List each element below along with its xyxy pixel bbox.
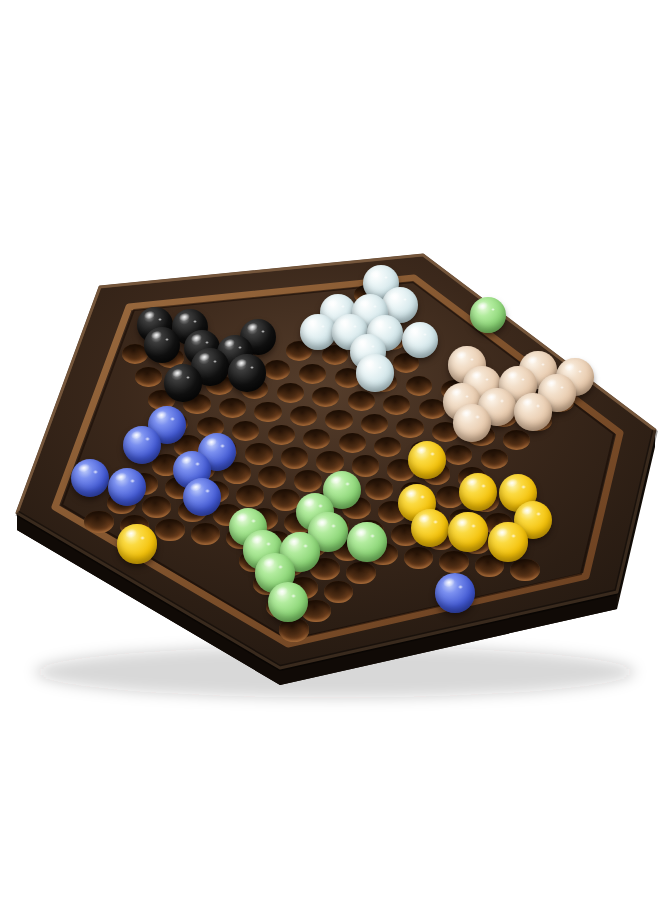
board-hole-r16c0[interactable] <box>279 618 310 641</box>
board-hole-r12c3[interactable] <box>191 523 220 545</box>
board-hole-r8c2[interactable] <box>245 443 273 464</box>
scene <box>0 0 660 904</box>
marble-tan-r7c8[interactable] <box>453 404 491 442</box>
marble-yellow-r12c11[interactable] <box>488 522 527 561</box>
marble-blue-r11c0[interactable] <box>71 459 109 497</box>
board-hole-r6c6[interactable] <box>361 414 388 435</box>
board-hole-r9c3[interactable] <box>258 466 286 487</box>
board-hole-r7c9[interactable] <box>481 449 508 470</box>
marble-blue-r9c0[interactable] <box>123 426 161 464</box>
marble-green-r11c7[interactable] <box>347 522 386 561</box>
board-hole-r5c0[interactable] <box>135 367 162 387</box>
board-hole-r12c0[interactable] <box>84 511 113 533</box>
marble-green-rim-top-right[interactable] <box>470 297 506 333</box>
board-hole-r7c3[interactable] <box>268 425 295 446</box>
board-hole-r7c5[interactable] <box>339 433 366 454</box>
board-hole-r13c3[interactable] <box>346 562 376 584</box>
board-hole-r4c5[interactable] <box>299 364 325 384</box>
board-hole-r5c8[interactable] <box>419 399 446 419</box>
board-hole-r9c4[interactable] <box>294 470 322 491</box>
board-hole-r6c10[interactable] <box>503 430 530 451</box>
board-hole-r10c3[interactable] <box>236 485 265 507</box>
board-hole-r12c12[interactable] <box>510 559 539 581</box>
board-hole-r6c2[interactable] <box>219 398 246 419</box>
board-hole-r6c4[interactable] <box>290 406 317 427</box>
board-hole-r6c7[interactable] <box>396 418 423 439</box>
marble-tan-r6c10[interactable] <box>514 393 552 431</box>
board-hole-r12c10[interactable] <box>439 551 468 573</box>
board-hole-r5c6[interactable] <box>348 391 375 411</box>
board-hole-r4c4[interactable] <box>264 360 290 380</box>
board-hole-r6c5[interactable] <box>325 410 352 431</box>
board-hole-r9c6[interactable] <box>365 478 393 499</box>
board-hole-r5c7[interactable] <box>383 395 410 415</box>
marble-black-r7c0[interactable] <box>164 364 201 401</box>
board-hole-r5c4[interactable] <box>277 383 304 403</box>
marble-black-r6c2[interactable] <box>228 354 265 391</box>
marble-blue-rim-bottom-right[interactable] <box>435 573 475 613</box>
board-hole-r8c4[interactable] <box>316 451 344 472</box>
marble-yellow-rim-left[interactable] <box>117 524 156 563</box>
board-hole-r4c8[interactable] <box>406 376 432 396</box>
marble-yellow-r12c10[interactable] <box>448 512 487 551</box>
marble-yellow-r7c7[interactable] <box>408 441 446 479</box>
board-hole-r8c3[interactable] <box>281 447 309 468</box>
board-hole-r12c9[interactable] <box>404 547 433 569</box>
board-hole-r11c1[interactable] <box>142 496 171 518</box>
board-hole-r5c5[interactable] <box>312 387 339 407</box>
marble-lightblue-r5c6[interactable] <box>356 354 393 391</box>
board-hole-r12c2[interactable] <box>155 519 184 541</box>
board-hole-r8c5[interactable] <box>352 455 380 476</box>
marble-green-r15c0[interactable] <box>268 582 308 622</box>
board-hole-r6c3[interactable] <box>254 402 281 423</box>
